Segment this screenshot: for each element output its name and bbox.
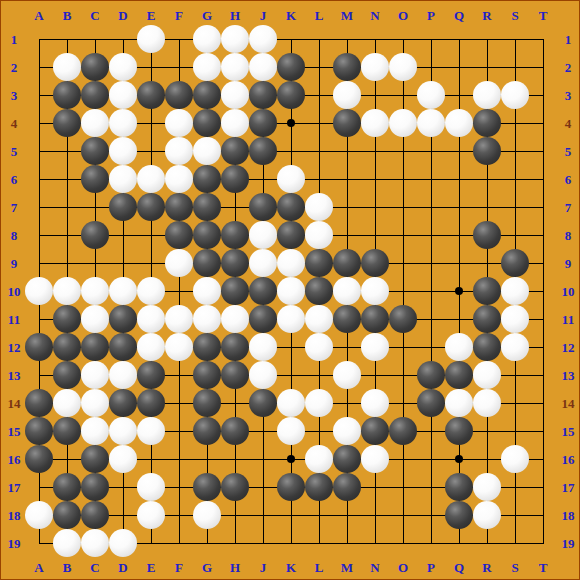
stone-white [165,165,193,193]
stone-white [473,389,501,417]
stone-black [81,445,109,473]
row-label-right: 12 [562,341,575,354]
stone-white [193,137,221,165]
stone-white [109,445,137,473]
stone-black [109,333,137,361]
stone-black [389,305,417,333]
col-label-top: P [427,9,435,22]
stone-black [221,361,249,389]
stone-white [277,305,305,333]
stone-black [193,473,221,501]
stone-white [137,501,165,529]
stone-black [53,109,81,137]
stone-white [109,53,137,81]
stone-white [109,361,137,389]
stone-black [361,249,389,277]
stone-white [361,333,389,361]
stone-white [501,81,529,109]
stone-black [277,81,305,109]
col-label-bottom: J [260,561,267,574]
col-label-bottom: P [427,561,435,574]
col-label-bottom: A [34,561,43,574]
col-label-bottom: O [398,561,408,574]
col-label-bottom: S [511,561,518,574]
stone-black [221,473,249,501]
stone-white [277,165,305,193]
col-label-top: G [202,9,212,22]
stone-white [333,81,361,109]
stone-white [25,277,53,305]
stone-white [193,277,221,305]
stone-white [249,25,277,53]
stone-black [249,81,277,109]
stone-white [165,137,193,165]
col-label-bottom: H [230,561,240,574]
stone-black [137,193,165,221]
stone-white [193,501,221,529]
row-label-right: 9 [565,257,572,270]
stone-black [221,137,249,165]
stone-white [249,221,277,249]
col-label-bottom: M [341,561,353,574]
stone-black [165,81,193,109]
stone-black [109,305,137,333]
stone-white [193,53,221,81]
stone-white [445,333,473,361]
stone-white [277,277,305,305]
row-label-right: 5 [565,145,572,158]
stone-white [109,165,137,193]
stone-white [109,417,137,445]
stone-white [305,221,333,249]
col-label-top: E [147,9,156,22]
row-label-left: 10 [8,285,21,298]
col-label-top: O [398,9,408,22]
stone-white [333,361,361,389]
col-label-top: B [63,9,72,22]
stone-white [109,137,137,165]
stone-black [221,221,249,249]
stone-black [389,417,417,445]
stone-white [389,53,417,81]
stone-white [305,389,333,417]
stone-black [277,221,305,249]
stone-black [53,501,81,529]
stone-white [81,417,109,445]
col-label-bottom: T [539,561,548,574]
row-label-left: 4 [11,117,18,130]
stone-white [473,361,501,389]
stone-black [333,445,361,473]
row-label-left: 14 [8,397,21,410]
stone-black [249,305,277,333]
stone-black [81,137,109,165]
stone-black [165,221,193,249]
col-label-top: Q [454,9,464,22]
row-label-left: 18 [8,509,21,522]
col-label-top: T [539,9,548,22]
stone-white [249,249,277,277]
stone-black [221,249,249,277]
col-label-top: H [230,9,240,22]
col-label-top: R [482,9,491,22]
row-label-right: 4 [565,117,572,130]
stone-white [165,333,193,361]
stone-black [221,417,249,445]
stone-black [277,53,305,81]
col-label-bottom: L [315,561,324,574]
stone-white [473,501,501,529]
stone-white [25,501,53,529]
stone-black [361,417,389,445]
star-point [455,287,463,295]
stone-white [445,109,473,137]
col-label-bottom: B [63,561,72,574]
stone-white [137,333,165,361]
stone-black [137,389,165,417]
stone-black [53,361,81,389]
stone-white [221,81,249,109]
stone-white [81,389,109,417]
row-label-left: 1 [11,33,18,46]
stone-black [249,277,277,305]
row-label-right: 10 [562,285,575,298]
stone-white [277,417,305,445]
stone-white [333,277,361,305]
stone-white [81,109,109,137]
stone-black [305,249,333,277]
row-label-left: 11 [8,313,20,326]
star-point [455,455,463,463]
col-label-top: F [175,9,183,22]
stone-white [305,333,333,361]
col-label-bottom: F [175,561,183,574]
row-label-left: 12 [8,341,21,354]
row-label-left: 15 [8,425,21,438]
stone-black [417,389,445,417]
stone-black [109,389,137,417]
stone-black [109,193,137,221]
stone-black [221,333,249,361]
stone-white [221,305,249,333]
stone-black [193,109,221,137]
stone-black [25,333,53,361]
go-board[interactable]: AABBCCDDEEFFGGHHJJKKLLMMNNOOPPQQRRSSTT11… [0,0,580,580]
col-label-top: L [315,9,324,22]
stone-white [221,25,249,53]
stone-black [473,137,501,165]
stone-black [473,109,501,137]
row-label-left: 17 [8,481,21,494]
stone-black [249,137,277,165]
stone-white [193,25,221,53]
stone-black [193,417,221,445]
stone-black [473,305,501,333]
row-label-left: 2 [11,61,18,74]
stone-black [53,81,81,109]
stone-black [333,53,361,81]
stone-black [445,473,473,501]
stone-black [445,361,473,389]
row-label-left: 3 [11,89,18,102]
stone-black [249,193,277,221]
stone-white [417,109,445,137]
stone-black [333,249,361,277]
row-label-right: 3 [565,89,572,102]
stone-black [333,305,361,333]
row-label-left: 16 [8,453,21,466]
stone-white [53,389,81,417]
stone-white [305,305,333,333]
stone-black [81,501,109,529]
stone-white [305,193,333,221]
col-label-top: M [341,9,353,22]
stone-white [53,277,81,305]
stone-white [249,361,277,389]
star-point [287,119,295,127]
stone-black [193,165,221,193]
stone-white [137,25,165,53]
row-label-right: 7 [565,201,572,214]
col-label-top: K [286,9,296,22]
stone-black [137,361,165,389]
stone-black [305,277,333,305]
stone-white [221,53,249,81]
col-label-bottom: R [482,561,491,574]
row-label-left: 19 [8,537,21,550]
stone-white [305,445,333,473]
stone-white [137,277,165,305]
row-label-right: 16 [562,453,575,466]
stone-white [109,277,137,305]
stone-black [193,333,221,361]
row-label-right: 18 [562,509,575,522]
stone-black [81,221,109,249]
stone-black [221,165,249,193]
row-label-left: 5 [11,145,18,158]
stone-black [193,389,221,417]
col-label-bottom: N [370,561,379,574]
row-label-right: 6 [565,173,572,186]
stone-black [417,361,445,389]
col-label-bottom: D [118,561,127,574]
stone-black [81,81,109,109]
stone-white [501,305,529,333]
stone-white [137,165,165,193]
stone-white [417,81,445,109]
stone-black [473,277,501,305]
stone-white [473,81,501,109]
stone-white [277,389,305,417]
stone-black [333,473,361,501]
col-label-bottom: E [147,561,156,574]
stone-white [333,417,361,445]
stone-white [165,305,193,333]
row-label-left: 6 [11,173,18,186]
stone-white [361,53,389,81]
stone-white [165,249,193,277]
stone-white [501,277,529,305]
row-label-right: 2 [565,61,572,74]
stone-white [361,109,389,137]
stone-black [193,249,221,277]
col-label-top: D [118,9,127,22]
stone-white [81,305,109,333]
star-point [287,455,295,463]
stone-white [81,361,109,389]
stone-black [25,417,53,445]
stone-black [277,193,305,221]
row-label-right: 15 [562,425,575,438]
stone-white [109,81,137,109]
stone-black [53,473,81,501]
stone-white [109,109,137,137]
stone-black [81,333,109,361]
col-label-bottom: Q [454,561,464,574]
stone-black [221,277,249,305]
stone-black [473,221,501,249]
stone-white [137,473,165,501]
stone-black [165,193,193,221]
row-label-right: 17 [562,481,575,494]
stone-black [193,193,221,221]
row-label-left: 9 [11,257,18,270]
row-label-right: 8 [565,229,572,242]
stone-white [501,333,529,361]
row-label-right: 13 [562,369,575,382]
stone-white [389,109,417,137]
stone-white [473,473,501,501]
stone-black [53,305,81,333]
stone-black [193,361,221,389]
stone-black [53,333,81,361]
stone-black [473,333,501,361]
stone-white [361,277,389,305]
col-label-bottom: K [286,561,296,574]
stone-white [81,277,109,305]
stone-white [361,389,389,417]
stone-black [445,501,473,529]
stone-black [277,473,305,501]
stone-black [193,221,221,249]
stone-white [53,53,81,81]
row-label-right: 1 [565,33,572,46]
stone-white [501,445,529,473]
stone-white [81,529,109,557]
stone-black [193,81,221,109]
row-label-left: 7 [11,201,18,214]
stone-black [81,53,109,81]
stone-white [249,333,277,361]
stone-white [193,305,221,333]
stone-black [333,109,361,137]
row-label-right: 11 [562,313,574,326]
stone-white [165,109,193,137]
col-label-top: J [260,9,267,22]
stone-white [277,249,305,277]
stone-black [81,165,109,193]
row-label-left: 13 [8,369,21,382]
stone-black [81,473,109,501]
col-label-top: C [90,9,99,22]
stone-black [249,109,277,137]
col-label-top: N [370,9,379,22]
stone-white [221,109,249,137]
stone-black [305,473,333,501]
row-label-left: 8 [11,229,18,242]
stone-black [25,389,53,417]
stone-white [109,529,137,557]
stone-black [445,417,473,445]
stone-black [501,249,529,277]
stone-black [249,389,277,417]
row-label-right: 14 [562,397,575,410]
col-label-bottom: G [202,561,212,574]
col-label-top: A [34,9,43,22]
stone-black [361,305,389,333]
stone-white [445,389,473,417]
col-label-top: S [511,9,518,22]
stone-black [137,81,165,109]
row-label-right: 19 [562,537,575,550]
stone-white [137,417,165,445]
stone-black [25,445,53,473]
stone-white [53,529,81,557]
stone-white [361,445,389,473]
col-label-bottom: C [90,561,99,574]
stone-white [137,305,165,333]
stone-black [53,417,81,445]
stone-white [249,53,277,81]
